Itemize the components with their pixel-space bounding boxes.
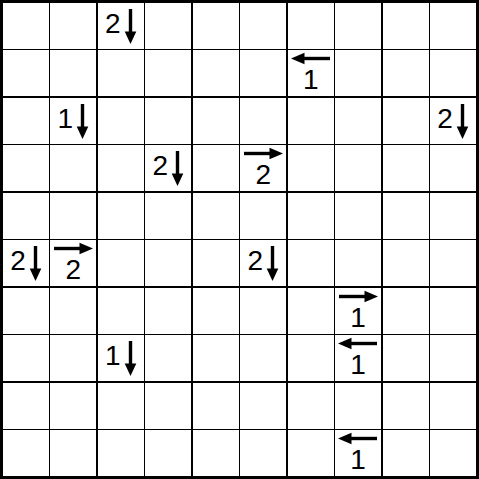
clue-number: 1 — [58, 105, 74, 133]
down-arrow-icon — [456, 103, 469, 139]
cell-r9c0[interactable] — [3, 430, 49, 476]
yajilin-puzzle: 2112222221111 — [0, 0, 479, 479]
cell-r3c6[interactable] — [288, 145, 334, 191]
cell-r3c2[interactable] — [98, 145, 144, 191]
cell-r5c5: 2 — [240, 240, 286, 286]
cell-r1c9[interactable] — [430, 50, 476, 96]
cell-r1c0[interactable] — [3, 50, 49, 96]
down-arrow-icon — [29, 245, 42, 281]
cell-r7c9[interactable] — [430, 335, 476, 381]
cell-r8c8[interactable] — [383, 383, 429, 429]
cell-r3c7[interactable] — [335, 145, 381, 191]
cell-r1c4[interactable] — [193, 50, 239, 96]
cell-r4c5[interactable] — [240, 193, 286, 239]
cell-r6c5[interactable] — [240, 288, 286, 334]
cell-r8c2[interactable] — [98, 383, 144, 429]
cell-r1c3[interactable] — [145, 50, 191, 96]
cell-r7c8[interactable] — [383, 335, 429, 381]
cell-r0c3[interactable] — [145, 3, 191, 49]
cell-r3c0[interactable] — [3, 145, 49, 191]
cell-r9c4[interactable] — [193, 430, 239, 476]
cell-r2c1: 1 — [50, 98, 96, 144]
cell-r5c0: 2 — [3, 240, 49, 286]
clue-number: 2 — [105, 10, 121, 38]
clue-number: 2 — [153, 152, 169, 180]
cell-r5c3[interactable] — [145, 240, 191, 286]
cell-r2c6[interactable] — [288, 98, 334, 144]
cell-r3c5: 2 — [240, 145, 286, 191]
cell-r4c3[interactable] — [145, 193, 191, 239]
cell-r5c1: 2 — [50, 240, 96, 286]
cell-r9c7: 1 — [335, 430, 381, 476]
puzzle-grid: 2112222221111 — [0, 0, 479, 479]
cell-r2c8[interactable] — [383, 98, 429, 144]
cell-r2c7[interactable] — [335, 98, 381, 144]
cell-r6c7: 1 — [335, 288, 381, 334]
cell-r0c2: 2 — [98, 3, 144, 49]
down-arrow-icon — [124, 340, 137, 376]
down-arrow-icon — [171, 150, 184, 186]
cell-r9c8[interactable] — [383, 430, 429, 476]
cell-r9c5[interactable] — [240, 430, 286, 476]
cell-r7c0[interactable] — [3, 335, 49, 381]
cell-r3c3: 2 — [145, 145, 191, 191]
cell-r6c4[interactable] — [193, 288, 239, 334]
cell-r4c4[interactable] — [193, 193, 239, 239]
cell-r8c6[interactable] — [288, 383, 334, 429]
cell-r9c9[interactable] — [430, 430, 476, 476]
cell-r0c1[interactable] — [50, 3, 96, 49]
cell-r8c9[interactable] — [430, 383, 476, 429]
down-arrow-icon — [76, 103, 89, 139]
down-arrow-icon — [124, 8, 137, 44]
cell-r4c1[interactable] — [50, 193, 96, 239]
clue-number: 1 — [303, 66, 319, 94]
cell-r2c9: 2 — [430, 98, 476, 144]
cell-r5c8[interactable] — [383, 240, 429, 286]
cell-r4c7[interactable] — [335, 193, 381, 239]
cell-r2c2[interactable] — [98, 98, 144, 144]
cell-r3c4[interactable] — [193, 145, 239, 191]
cell-r9c2[interactable] — [98, 430, 144, 476]
cell-r0c6[interactable] — [288, 3, 334, 49]
right-arrow-icon — [338, 290, 378, 303]
cell-r6c3[interactable] — [145, 288, 191, 334]
cell-r0c7[interactable] — [335, 3, 381, 49]
cell-r2c0[interactable] — [3, 98, 49, 144]
cell-r7c5[interactable] — [240, 335, 286, 381]
clue-number: 1 — [105, 342, 121, 370]
cell-r0c8[interactable] — [383, 3, 429, 49]
cell-r2c5[interactable] — [240, 98, 286, 144]
cell-r7c7: 1 — [335, 335, 381, 381]
cell-r0c4[interactable] — [193, 3, 239, 49]
cell-r8c0[interactable] — [3, 383, 49, 429]
clue-number: 2 — [66, 256, 82, 284]
cell-r4c9[interactable] — [430, 193, 476, 239]
cell-r5c4[interactable] — [193, 240, 239, 286]
clue-number: 2 — [255, 161, 271, 189]
cell-r6c2[interactable] — [98, 288, 144, 334]
cell-r8c3[interactable] — [145, 383, 191, 429]
clue-number: 1 — [350, 446, 366, 474]
cell-r6c0[interactable] — [3, 288, 49, 334]
cell-r6c1[interactable] — [50, 288, 96, 334]
clue-number: 2 — [437, 105, 453, 133]
cell-r0c9[interactable] — [430, 3, 476, 49]
cell-r7c2: 1 — [98, 335, 144, 381]
cell-r6c6[interactable] — [288, 288, 334, 334]
cell-r2c3[interactable] — [145, 98, 191, 144]
cell-r1c2[interactable] — [98, 50, 144, 96]
cell-r8c1[interactable] — [50, 383, 96, 429]
cell-r9c6[interactable] — [288, 430, 334, 476]
cell-r7c6[interactable] — [288, 335, 334, 381]
cell-r0c0[interactable] — [3, 3, 49, 49]
cell-r4c6[interactable] — [288, 193, 334, 239]
cell-r4c2[interactable] — [98, 193, 144, 239]
cell-r3c8[interactable] — [383, 145, 429, 191]
cell-r7c4[interactable] — [193, 335, 239, 381]
clue-number: 2 — [10, 247, 26, 275]
cell-r5c7[interactable] — [335, 240, 381, 286]
cell-r8c7[interactable] — [335, 383, 381, 429]
cell-r1c1[interactable] — [50, 50, 96, 96]
cell-r5c6[interactable] — [288, 240, 334, 286]
down-arrow-icon — [266, 245, 279, 281]
cell-r3c1[interactable] — [50, 145, 96, 191]
cell-r9c3[interactable] — [145, 430, 191, 476]
clue-number: 2 — [247, 247, 263, 275]
cell-r9c1[interactable] — [50, 430, 96, 476]
cell-r5c9[interactable] — [430, 240, 476, 286]
cell-r1c8[interactable] — [383, 50, 429, 96]
cell-r7c3[interactable] — [145, 335, 191, 381]
cell-r7c1[interactable] — [50, 335, 96, 381]
cell-r1c5[interactable] — [240, 50, 286, 96]
cell-r1c7[interactable] — [335, 50, 381, 96]
cell-r8c4[interactable] — [193, 383, 239, 429]
cell-r4c0[interactable] — [3, 193, 49, 239]
clue-number: 1 — [350, 351, 366, 379]
cell-r0c5[interactable] — [240, 3, 286, 49]
cell-r4c8[interactable] — [383, 193, 429, 239]
clue-number: 1 — [350, 304, 366, 332]
cell-r8c5[interactable] — [240, 383, 286, 429]
cell-r6c8[interactable] — [383, 288, 429, 334]
cell-r1c6: 1 — [288, 50, 334, 96]
cell-r6c9[interactable] — [430, 288, 476, 334]
cell-r5c2[interactable] — [98, 240, 144, 286]
cell-r3c9[interactable] — [430, 145, 476, 191]
cell-r2c4[interactable] — [193, 98, 239, 144]
